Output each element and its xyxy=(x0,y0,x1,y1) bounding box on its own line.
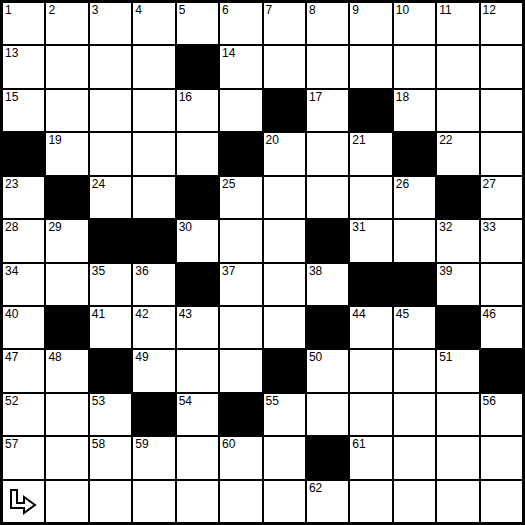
cell-r1c11[interactable] xyxy=(481,46,522,87)
block-cell-r4c4 xyxy=(177,177,218,218)
cell-r4c11[interactable]: 27 xyxy=(481,177,522,218)
clue-number-60: 60 xyxy=(222,437,235,451)
cell-r6c3[interactable]: 36 xyxy=(133,264,174,305)
cell-r6c5[interactable]: 37 xyxy=(220,264,261,305)
cell-r7c6[interactable] xyxy=(264,307,305,348)
clue-number-41: 41 xyxy=(92,307,105,321)
cell-r9c11[interactable]: 56 xyxy=(481,394,522,435)
cell-r1c0[interactable]: 13 xyxy=(3,46,44,87)
cell-r4c3[interactable] xyxy=(133,177,174,218)
clue-number-55: 55 xyxy=(266,394,279,408)
cell-r11c6[interactable] xyxy=(264,481,305,522)
cell-r6c2[interactable]: 35 xyxy=(90,264,131,305)
crossword-grid: 1234567891011121314151617181920212223242… xyxy=(0,0,525,525)
cell-r5c10[interactable]: 32 xyxy=(437,220,478,261)
cell-r9c0[interactable]: 52 xyxy=(3,394,44,435)
cell-r4c5[interactable]: 25 xyxy=(220,177,261,218)
cell-r4c9[interactable]: 26 xyxy=(394,177,435,218)
cell-r1c1[interactable] xyxy=(46,46,87,87)
clue-number-26: 26 xyxy=(396,177,409,191)
block-cell-r3c0 xyxy=(3,133,44,174)
block-cell-r4c10 xyxy=(437,177,478,218)
block-cell-r7c7 xyxy=(307,307,348,348)
clue-number-59: 59 xyxy=(135,437,148,451)
clue-number-43: 43 xyxy=(179,307,192,321)
clue-number-30: 30 xyxy=(179,220,192,234)
clue-number-2: 2 xyxy=(48,3,55,17)
clue-number-57: 57 xyxy=(5,437,18,451)
cell-r8c3[interactable]: 49 xyxy=(133,350,174,391)
cell-r2c4[interactable]: 16 xyxy=(177,90,218,131)
cell-r11c3[interactable] xyxy=(133,481,174,522)
clue-number-38: 38 xyxy=(309,264,322,278)
cell-r9c4[interactable]: 54 xyxy=(177,394,218,435)
block-cell-r6c8 xyxy=(350,264,391,305)
clue-number-21: 21 xyxy=(352,133,365,147)
clue-number-53: 53 xyxy=(92,394,105,408)
cell-r5c9[interactable] xyxy=(394,220,435,261)
cell-r5c6[interactable] xyxy=(264,220,305,261)
cell-r1c9[interactable] xyxy=(394,46,435,87)
cell-r2c10[interactable] xyxy=(437,90,478,131)
cell-r11c4[interactable] xyxy=(177,481,218,522)
cell-r2c0[interactable]: 15 xyxy=(3,90,44,131)
cell-r7c9[interactable]: 45 xyxy=(394,307,435,348)
cell-r2c1[interactable] xyxy=(46,90,87,131)
cell-r10c9[interactable] xyxy=(394,437,435,478)
clue-number-11: 11 xyxy=(439,3,451,17)
block-cell-r1c4 xyxy=(177,46,218,87)
cell-r4c7[interactable] xyxy=(307,177,348,218)
cell-r1c3[interactable] xyxy=(133,46,174,87)
cell-r3c4[interactable] xyxy=(177,133,218,174)
cell-r0c7[interactable]: 8 xyxy=(307,3,348,44)
clue-number-16: 16 xyxy=(179,90,192,104)
cell-r4c6[interactable] xyxy=(264,177,305,218)
clue-number-47: 47 xyxy=(5,350,18,364)
clue-number-9: 9 xyxy=(352,3,359,17)
cell-r3c1[interactable]: 19 xyxy=(46,133,87,174)
cell-r1c7[interactable] xyxy=(307,46,348,87)
clue-number-42: 42 xyxy=(135,307,148,321)
clue-number-48: 48 xyxy=(48,350,61,364)
clue-number-22: 22 xyxy=(439,133,452,147)
cell-r5c0[interactable]: 28 xyxy=(3,220,44,261)
cell-r5c1[interactable]: 29 xyxy=(46,220,87,261)
cell-r11c2[interactable] xyxy=(90,481,131,522)
clue-number-28: 28 xyxy=(5,220,18,234)
clue-number-31: 31 xyxy=(352,220,365,234)
clue-number-18: 18 xyxy=(396,90,409,104)
cell-r7c11[interactable]: 46 xyxy=(481,307,522,348)
cell-r2c2[interactable] xyxy=(90,90,131,131)
clue-number-46: 46 xyxy=(483,307,496,321)
cell-r5c4[interactable]: 30 xyxy=(177,220,218,261)
block-cell-r8c6 xyxy=(264,350,305,391)
block-cell-r10c7 xyxy=(307,437,348,478)
clue-number-61: 61 xyxy=(352,437,365,451)
cell-r4c2[interactable]: 24 xyxy=(90,177,131,218)
cell-r8c8[interactable] xyxy=(350,350,391,391)
block-cell-r5c3 xyxy=(133,220,174,261)
cell-r0c4[interactable]: 5 xyxy=(177,3,218,44)
cell-r1c2[interactable] xyxy=(90,46,131,87)
cell-r8c7[interactable]: 50 xyxy=(307,350,348,391)
clue-number-7: 7 xyxy=(266,3,273,17)
clue-number-8: 8 xyxy=(309,3,316,17)
cell-r6c6[interactable] xyxy=(264,264,305,305)
clue-number-1: 1 xyxy=(5,3,12,17)
block-cell-r3c9 xyxy=(394,133,435,174)
clue-number-19: 19 xyxy=(48,133,61,147)
cell-r9c7[interactable] xyxy=(307,394,348,435)
clue-number-54: 54 xyxy=(179,394,192,408)
cell-r8c4[interactable] xyxy=(177,350,218,391)
cell-r0c9[interactable]: 10 xyxy=(394,3,435,44)
cell-r11c11[interactable] xyxy=(481,481,522,522)
cell-r0c8[interactable]: 9 xyxy=(350,3,391,44)
cell-r9c10[interactable] xyxy=(437,394,478,435)
cell-r2c9[interactable]: 18 xyxy=(394,90,435,131)
cell-r2c5[interactable] xyxy=(220,90,261,131)
cell-r1c8[interactable] xyxy=(350,46,391,87)
bent-arrow-icon xyxy=(7,489,37,519)
cell-r10c5[interactable]: 60 xyxy=(220,437,261,478)
cell-r3c10[interactable]: 22 xyxy=(437,133,478,174)
cell-r7c2[interactable]: 41 xyxy=(90,307,131,348)
clue-number-62: 62 xyxy=(309,481,322,495)
cell-r10c3[interactable]: 59 xyxy=(133,437,174,478)
cell-r7c4[interactable]: 43 xyxy=(177,307,218,348)
cell-r11c8[interactable] xyxy=(350,481,391,522)
cell-r5c8[interactable]: 31 xyxy=(350,220,391,261)
cell-r3c3[interactable] xyxy=(133,133,174,174)
clue-number-49: 49 xyxy=(135,350,148,364)
cell-r1c10[interactable] xyxy=(437,46,478,87)
cell-r4c8[interactable] xyxy=(350,177,391,218)
block-cell-r5c2 xyxy=(90,220,131,261)
cell-r10c1[interactable] xyxy=(46,437,87,478)
cell-r11c5[interactable] xyxy=(220,481,261,522)
cell-r9c2[interactable]: 53 xyxy=(90,394,131,435)
cell-r9c8[interactable] xyxy=(350,394,391,435)
cell-r7c5[interactable] xyxy=(220,307,261,348)
cell-r9c6[interactable]: 55 xyxy=(264,394,305,435)
cell-r0c2[interactable]: 3 xyxy=(90,3,131,44)
cell-r0c1[interactable]: 2 xyxy=(46,3,87,44)
cell-r7c0[interactable]: 40 xyxy=(3,307,44,348)
clue-number-34: 34 xyxy=(5,264,18,278)
cell-r2c7[interactable]: 17 xyxy=(307,90,348,131)
block-cell-r6c9 xyxy=(394,264,435,305)
cell-r10c0[interactable]: 57 xyxy=(3,437,44,478)
clue-number-20: 20 xyxy=(266,133,279,147)
cell-r7c8[interactable]: 44 xyxy=(350,307,391,348)
cell-r1c5[interactable]: 14 xyxy=(220,46,261,87)
cell-r3c6[interactable]: 20 xyxy=(264,133,305,174)
cell-r11c10[interactable] xyxy=(437,481,478,522)
block-cell-r4c1 xyxy=(46,177,87,218)
cell-r8c0[interactable]: 47 xyxy=(3,350,44,391)
cell-r5c11[interactable]: 33 xyxy=(481,220,522,261)
clue-number-17: 17 xyxy=(309,90,322,104)
clue-number-45: 45 xyxy=(396,307,409,321)
clue-number-15: 15 xyxy=(5,90,18,104)
cell-r10c2[interactable]: 58 xyxy=(90,437,131,478)
clue-number-3: 3 xyxy=(92,3,99,17)
clue-number-33: 33 xyxy=(483,220,496,234)
cell-r6c11[interactable] xyxy=(481,264,522,305)
clue-number-29: 29 xyxy=(48,220,61,234)
clue-number-50: 50 xyxy=(309,350,322,364)
cell-r5c5[interactable] xyxy=(220,220,261,261)
cell-r8c10[interactable]: 51 xyxy=(437,350,478,391)
block-cell-r3c5 xyxy=(220,133,261,174)
cell-r7c3[interactable]: 42 xyxy=(133,307,174,348)
cell-r8c9[interactable] xyxy=(394,350,435,391)
clue-number-36: 36 xyxy=(135,264,148,278)
cell-r0c10[interactable]: 11 xyxy=(437,3,478,44)
cell-r0c11[interactable]: 12 xyxy=(481,3,522,44)
clue-number-44: 44 xyxy=(352,307,365,321)
cell-r10c10[interactable] xyxy=(437,437,478,478)
cell-r10c4[interactable] xyxy=(177,437,218,478)
clue-number-56: 56 xyxy=(483,394,496,408)
clue-number-10: 10 xyxy=(396,3,409,17)
block-cell-r9c5 xyxy=(220,394,261,435)
clue-number-4: 4 xyxy=(135,3,142,17)
cell-r6c0[interactable]: 34 xyxy=(3,264,44,305)
block-cell-r7c1 xyxy=(46,307,87,348)
cell-r3c11[interactable] xyxy=(481,133,522,174)
cell-r2c3[interactable] xyxy=(133,90,174,131)
cell-r6c10[interactable]: 39 xyxy=(437,264,478,305)
block-cell-r5c7 xyxy=(307,220,348,261)
cell-r8c1[interactable]: 48 xyxy=(46,350,87,391)
cell-r1c6[interactable] xyxy=(264,46,305,87)
cell-r6c1[interactable] xyxy=(46,264,87,305)
clue-number-27: 27 xyxy=(483,177,496,191)
block-cell-r8c2 xyxy=(90,350,131,391)
block-cell-r2c8 xyxy=(350,90,391,131)
cell-r11c1[interactable] xyxy=(46,481,87,522)
block-cell-r8c11 xyxy=(481,350,522,391)
block-cell-r7c10 xyxy=(437,307,478,348)
cell-r0c5[interactable]: 6 xyxy=(220,3,261,44)
cell-r9c9[interactable] xyxy=(394,394,435,435)
clue-number-24: 24 xyxy=(92,177,105,191)
cell-r8c5[interactable] xyxy=(220,350,261,391)
cell-r10c6[interactable] xyxy=(264,437,305,478)
cell-r9c1[interactable] xyxy=(46,394,87,435)
clue-number-5: 5 xyxy=(179,3,186,17)
cell-r3c8[interactable]: 21 xyxy=(350,133,391,174)
clue-number-6: 6 xyxy=(222,3,229,17)
cell-r11c0[interactable] xyxy=(3,481,44,522)
clue-number-40: 40 xyxy=(5,307,18,321)
cell-r3c7[interactable] xyxy=(307,133,348,174)
clue-number-35: 35 xyxy=(92,264,105,278)
cell-r10c8[interactable]: 61 xyxy=(350,437,391,478)
block-cell-r2c6 xyxy=(264,90,305,131)
clue-number-14: 14 xyxy=(222,46,235,60)
clue-number-52: 52 xyxy=(5,394,18,408)
cell-r0c3[interactable]: 4 xyxy=(133,3,174,44)
block-cell-r6c4 xyxy=(177,264,218,305)
clue-number-12: 12 xyxy=(483,3,496,17)
clue-number-32: 32 xyxy=(439,220,452,234)
cell-r4c0[interactable]: 23 xyxy=(3,177,44,218)
block-cell-r9c3 xyxy=(133,394,174,435)
clue-number-51: 51 xyxy=(439,350,452,364)
clue-number-13: 13 xyxy=(5,46,18,60)
cell-r0c6[interactable]: 7 xyxy=(264,3,305,44)
clue-number-58: 58 xyxy=(92,437,105,451)
cell-r2c11[interactable] xyxy=(481,90,522,131)
clue-number-25: 25 xyxy=(222,177,235,191)
clue-number-39: 39 xyxy=(439,264,452,278)
cell-r11c7[interactable]: 62 xyxy=(307,481,348,522)
clue-number-23: 23 xyxy=(5,177,18,191)
cell-r6c7[interactable]: 38 xyxy=(307,264,348,305)
cell-r3c2[interactable] xyxy=(90,133,131,174)
clue-number-37: 37 xyxy=(222,264,235,278)
cell-r11c9[interactable] xyxy=(394,481,435,522)
cell-r0c0[interactable]: 1 xyxy=(3,3,44,44)
cell-r10c11[interactable] xyxy=(481,437,522,478)
